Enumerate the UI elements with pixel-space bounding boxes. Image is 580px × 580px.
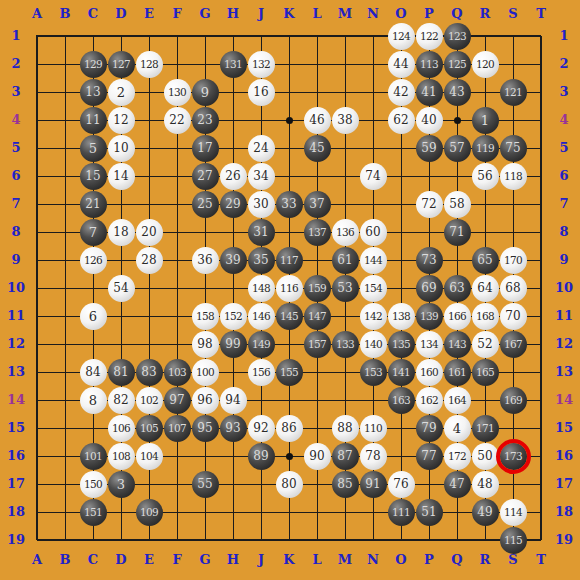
intersection-C14[interactable]: 8	[79, 386, 107, 414]
intersection-N3[interactable]	[359, 78, 387, 106]
intersection-F15[interactable]: 107	[163, 414, 191, 442]
go-board-grid[interactable]: 1241221231291271281311324411312512013213…	[23, 22, 555, 554]
stone-black-163-O14[interactable]: 163	[388, 387, 415, 414]
intersection-J12[interactable]: 149	[247, 330, 275, 358]
stone-black-29-H7[interactable]: 29	[220, 191, 247, 218]
intersection-Q13[interactable]: 161	[443, 358, 471, 386]
intersection-C17[interactable]: 150	[79, 470, 107, 498]
intersection-B3[interactable]	[51, 78, 79, 106]
intersection-E3[interactable]	[135, 78, 163, 106]
intersection-P7[interactable]: 72	[415, 190, 443, 218]
stone-white-34-J6[interactable]: 34	[248, 163, 275, 190]
intersection-N1[interactable]	[359, 22, 387, 50]
stone-white-68-S10[interactable]: 68	[500, 275, 527, 302]
stone-white-136-M8[interactable]: 136	[332, 219, 359, 246]
intersection-J15[interactable]: 92	[247, 414, 275, 442]
stone-white-56-R6[interactable]: 56	[472, 163, 499, 190]
intersection-H6[interactable]: 26	[219, 162, 247, 190]
intersection-S1[interactable]	[499, 22, 527, 50]
stone-black-59-P5[interactable]: 59	[416, 135, 443, 162]
intersection-R5[interactable]: 119	[471, 134, 499, 162]
intersection-D16[interactable]: 108	[107, 442, 135, 470]
stone-white-74-N6[interactable]: 74	[360, 163, 387, 190]
intersection-F7[interactable]	[163, 190, 191, 218]
stone-white-2-D3[interactable]: 2	[108, 79, 135, 106]
intersection-O12[interactable]: 135	[387, 330, 415, 358]
intersection-G3[interactable]: 9	[191, 78, 219, 106]
intersection-F12[interactable]	[163, 330, 191, 358]
stone-black-71-Q8[interactable]: 71	[444, 219, 471, 246]
stone-black-137-L8[interactable]: 137	[304, 219, 331, 246]
stone-black-75-S5[interactable]: 75	[500, 135, 527, 162]
intersection-L17[interactable]	[303, 470, 331, 498]
intersection-E13[interactable]: 83	[135, 358, 163, 386]
intersection-J3[interactable]: 16	[247, 78, 275, 106]
intersection-B15[interactable]	[51, 414, 79, 442]
stone-white-18-D8[interactable]: 18	[108, 219, 135, 246]
intersection-F6[interactable]	[163, 162, 191, 190]
intersection-G16[interactable]	[191, 442, 219, 470]
intersection-E12[interactable]	[135, 330, 163, 358]
stone-black-161-Q13[interactable]: 161	[444, 359, 471, 386]
intersection-C13[interactable]: 84	[79, 358, 107, 386]
stone-black-41-P3[interactable]: 41	[416, 79, 443, 106]
intersection-L6[interactable]	[303, 162, 331, 190]
intersection-O18[interactable]: 111	[387, 498, 415, 526]
intersection-Q11[interactable]: 166	[443, 302, 471, 330]
intersection-E2[interactable]: 128	[135, 50, 163, 78]
intersection-K3[interactable]	[275, 78, 303, 106]
intersection-F13[interactable]: 103	[163, 358, 191, 386]
intersection-S13[interactable]	[499, 358, 527, 386]
intersection-M7[interactable]	[331, 190, 359, 218]
stone-white-118-S6[interactable]: 118	[500, 163, 527, 190]
intersection-C6[interactable]: 15	[79, 162, 107, 190]
intersection-N13[interactable]: 153	[359, 358, 387, 386]
stone-white-58-Q7[interactable]: 58	[444, 191, 471, 218]
intersection-N14[interactable]	[359, 386, 387, 414]
intersection-E1[interactable]	[135, 22, 163, 50]
stone-white-144-N9[interactable]: 144	[360, 247, 387, 274]
stone-white-92-J15[interactable]: 92	[248, 415, 275, 442]
stone-black-27-G6[interactable]: 27	[192, 163, 219, 190]
intersection-C3[interactable]: 13	[79, 78, 107, 106]
intersection-O7[interactable]	[387, 190, 415, 218]
intersection-R17[interactable]: 48	[471, 470, 499, 498]
intersection-E8[interactable]: 20	[135, 218, 163, 246]
intersection-G2[interactable]	[191, 50, 219, 78]
intersection-S16[interactable]: 173	[499, 442, 527, 470]
intersection-R1[interactable]	[471, 22, 499, 50]
stone-white-30-J7[interactable]: 30	[248, 191, 275, 218]
stone-white-128-E2[interactable]: 128	[136, 51, 163, 78]
stone-white-162-P14[interactable]: 162	[416, 387, 443, 414]
intersection-O6[interactable]	[387, 162, 415, 190]
intersection-Q14[interactable]: 164	[443, 386, 471, 414]
intersection-F18[interactable]	[163, 498, 191, 526]
intersection-H12[interactable]: 99	[219, 330, 247, 358]
intersection-E6[interactable]	[135, 162, 163, 190]
intersection-J18[interactable]	[247, 498, 275, 526]
intersection-B14[interactable]	[51, 386, 79, 414]
intersection-H11[interactable]: 152	[219, 302, 247, 330]
intersection-M11[interactable]	[331, 302, 359, 330]
intersection-K5[interactable]	[275, 134, 303, 162]
intersection-H9[interactable]: 39	[219, 246, 247, 274]
stone-black-125-Q2[interactable]: 125	[444, 51, 471, 78]
intersection-K8[interactable]	[275, 218, 303, 246]
intersection-M17[interactable]: 85	[331, 470, 359, 498]
intersection-F16[interactable]	[163, 442, 191, 470]
intersection-K18[interactable]	[275, 498, 303, 526]
stone-white-146-J11[interactable]: 146	[248, 303, 275, 330]
intersection-K16[interactable]	[275, 442, 303, 470]
stone-white-46-L4[interactable]: 46	[304, 107, 331, 134]
stone-white-170-S9[interactable]: 170	[500, 247, 527, 274]
intersection-P16[interactable]: 77	[415, 442, 443, 470]
intersection-R15[interactable]: 171	[471, 414, 499, 442]
intersection-P6[interactable]	[415, 162, 443, 190]
intersection-K6[interactable]	[275, 162, 303, 190]
intersection-B2[interactable]	[51, 50, 79, 78]
stone-black-63-Q10[interactable]: 63	[444, 275, 471, 302]
intersection-L5[interactable]: 45	[303, 134, 331, 162]
intersection-G11[interactable]: 158	[191, 302, 219, 330]
intersection-G18[interactable]	[191, 498, 219, 526]
intersection-D12[interactable]	[107, 330, 135, 358]
stone-white-100-G13[interactable]: 100	[192, 359, 219, 386]
stone-white-78-N16[interactable]: 78	[360, 443, 387, 470]
intersection-M8[interactable]: 136	[331, 218, 359, 246]
intersection-D4[interactable]: 12	[107, 106, 135, 134]
intersection-C16[interactable]: 101	[79, 442, 107, 470]
intersection-F14[interactable]: 97	[163, 386, 191, 414]
intersection-B17[interactable]	[51, 470, 79, 498]
intersection-M9[interactable]: 61	[331, 246, 359, 274]
stone-black-101-C16[interactable]: 101	[80, 443, 107, 470]
intersection-Q15[interactable]: 4	[443, 414, 471, 442]
intersection-E4[interactable]	[135, 106, 163, 134]
stone-white-82-D14[interactable]: 82	[108, 387, 135, 414]
intersection-K13[interactable]: 155	[275, 358, 303, 386]
intersection-Q12[interactable]: 143	[443, 330, 471, 358]
stone-black-3-D17[interactable]: 3	[108, 471, 135, 498]
intersection-L12[interactable]: 157	[303, 330, 331, 358]
intersection-K7[interactable]: 33	[275, 190, 303, 218]
stone-white-24-J5[interactable]: 24	[248, 135, 275, 162]
stone-black-79-P15[interactable]: 79	[416, 415, 443, 442]
stone-white-72-P7[interactable]: 72	[416, 191, 443, 218]
intersection-M18[interactable]	[331, 498, 359, 526]
intersection-H18[interactable]	[219, 498, 247, 526]
stone-black-131-H2[interactable]: 131	[220, 51, 247, 78]
intersection-R13[interactable]: 165	[471, 358, 499, 386]
intersection-K9[interactable]: 117	[275, 246, 303, 274]
intersection-B9[interactable]	[51, 246, 79, 274]
intersection-N2[interactable]	[359, 50, 387, 78]
intersection-S4[interactable]	[499, 106, 527, 134]
stone-white-114-S18[interactable]: 114	[500, 499, 527, 526]
intersection-S7[interactable]	[499, 190, 527, 218]
intersection-R2[interactable]: 120	[471, 50, 499, 78]
intersection-C2[interactable]: 129	[79, 50, 107, 78]
intersection-D8[interactable]: 18	[107, 218, 135, 246]
intersection-N18[interactable]	[359, 498, 387, 526]
intersection-S11[interactable]: 70	[499, 302, 527, 330]
intersection-R4[interactable]: 1	[471, 106, 499, 134]
intersection-O8[interactable]	[387, 218, 415, 246]
intersection-S14[interactable]: 169	[499, 386, 527, 414]
stone-black-89-J16[interactable]: 89	[248, 443, 275, 470]
stone-white-26-H6[interactable]: 26	[220, 163, 247, 190]
intersection-L1[interactable]	[303, 22, 331, 50]
intersection-F4[interactable]: 22	[163, 106, 191, 134]
intersection-R11[interactable]: 168	[471, 302, 499, 330]
intersection-P4[interactable]: 40	[415, 106, 443, 134]
intersection-B12[interactable]	[51, 330, 79, 358]
stone-black-57-Q5[interactable]: 57	[444, 135, 471, 162]
stone-black-151-C18[interactable]: 151	[80, 499, 107, 526]
intersection-L4[interactable]: 46	[303, 106, 331, 134]
stone-white-44-O2[interactable]: 44	[388, 51, 415, 78]
intersection-J9[interactable]: 35	[247, 246, 275, 274]
stone-black-47-Q17[interactable]: 47	[444, 471, 471, 498]
stone-white-166-Q11[interactable]: 166	[444, 303, 471, 330]
stone-white-28-E9[interactable]: 28	[136, 247, 163, 274]
stone-white-88-M15[interactable]: 88	[332, 415, 359, 442]
intersection-E7[interactable]	[135, 190, 163, 218]
intersection-G6[interactable]: 27	[191, 162, 219, 190]
stone-white-86-K15[interactable]: 86	[276, 415, 303, 442]
stone-white-98-G12[interactable]: 98	[192, 331, 219, 358]
intersection-P2[interactable]: 113	[415, 50, 443, 78]
intersection-E5[interactable]	[135, 134, 163, 162]
stone-black-77-P16[interactable]: 77	[416, 443, 443, 470]
intersection-G7[interactable]: 25	[191, 190, 219, 218]
intersection-M15[interactable]: 88	[331, 414, 359, 442]
intersection-B5[interactable]	[51, 134, 79, 162]
stone-black-87-M16[interactable]: 87	[332, 443, 359, 470]
stone-black-165-R13[interactable]: 165	[472, 359, 499, 386]
intersection-K14[interactable]	[275, 386, 303, 414]
stone-white-76-O17[interactable]: 76	[388, 471, 415, 498]
stone-white-94-H14[interactable]: 94	[220, 387, 247, 414]
intersection-J2[interactable]: 132	[247, 50, 275, 78]
intersection-F8[interactable]	[163, 218, 191, 246]
intersection-O17[interactable]: 76	[387, 470, 415, 498]
intersection-D15[interactable]: 106	[107, 414, 135, 442]
intersection-D3[interactable]: 2	[107, 78, 135, 106]
intersection-O5[interactable]	[387, 134, 415, 162]
stone-black-65-R9[interactable]: 65	[472, 247, 499, 274]
intersection-D7[interactable]	[107, 190, 135, 218]
stone-white-20-E8[interactable]: 20	[136, 219, 163, 246]
intersection-E17[interactable]	[135, 470, 163, 498]
stone-white-158-G11[interactable]: 158	[192, 303, 219, 330]
stone-black-143-Q12[interactable]: 143	[444, 331, 471, 358]
intersection-F10[interactable]	[163, 274, 191, 302]
stone-white-142-N11[interactable]: 142	[360, 303, 387, 330]
stone-black-33-K7[interactable]: 33	[276, 191, 303, 218]
intersection-Q4[interactable]	[443, 106, 471, 134]
intersection-C12[interactable]	[79, 330, 107, 358]
stone-black-53-M10[interactable]: 53	[332, 275, 359, 302]
stone-white-16-J3[interactable]: 16	[248, 79, 275, 106]
intersection-H5[interactable]	[219, 134, 247, 162]
stone-white-10-D5[interactable]: 10	[108, 135, 135, 162]
intersection-L3[interactable]	[303, 78, 331, 106]
intersection-R7[interactable]	[471, 190, 499, 218]
intersection-Q10[interactable]: 63	[443, 274, 471, 302]
stone-white-108-D16[interactable]: 108	[108, 443, 135, 470]
intersection-E15[interactable]: 105	[135, 414, 163, 442]
intersection-O10[interactable]	[387, 274, 415, 302]
intersection-G10[interactable]	[191, 274, 219, 302]
intersection-M10[interactable]: 53	[331, 274, 359, 302]
intersection-S12[interactable]: 167	[499, 330, 527, 358]
stone-white-90-L16[interactable]: 90	[304, 443, 331, 470]
intersection-G14[interactable]: 96	[191, 386, 219, 414]
stone-black-91-N17[interactable]: 91	[360, 471, 387, 498]
intersection-Q16[interactable]: 172	[443, 442, 471, 470]
stone-white-124-O1[interactable]: 124	[388, 23, 415, 50]
intersection-M6[interactable]	[331, 162, 359, 190]
intersection-K11[interactable]: 145	[275, 302, 303, 330]
stone-white-138-O11[interactable]: 138	[388, 303, 415, 330]
intersection-K12[interactable]	[275, 330, 303, 358]
stone-white-168-R11[interactable]: 168	[472, 303, 499, 330]
intersection-O11[interactable]: 138	[387, 302, 415, 330]
stone-white-12-D4[interactable]: 12	[108, 107, 135, 134]
stone-black-45-L5[interactable]: 45	[304, 135, 331, 162]
stone-black-169-S14[interactable]: 169	[500, 387, 527, 414]
intersection-Q2[interactable]: 125	[443, 50, 471, 78]
intersection-P9[interactable]: 73	[415, 246, 443, 274]
intersection-C15[interactable]	[79, 414, 107, 442]
intersection-B8[interactable]	[51, 218, 79, 246]
intersection-E11[interactable]	[135, 302, 163, 330]
intersection-Q3[interactable]: 43	[443, 78, 471, 106]
intersection-L18[interactable]	[303, 498, 331, 526]
stone-black-141-O13[interactable]: 141	[388, 359, 415, 386]
intersection-D11[interactable]	[107, 302, 135, 330]
stone-white-122-P1[interactable]: 122	[416, 23, 443, 50]
stone-white-8-C14[interactable]: 8	[80, 387, 107, 414]
stone-black-153-N13[interactable]: 153	[360, 359, 387, 386]
intersection-L15[interactable]	[303, 414, 331, 442]
intersection-N15[interactable]: 110	[359, 414, 387, 442]
intersection-R3[interactable]	[471, 78, 499, 106]
stone-white-80-K17[interactable]: 80	[276, 471, 303, 498]
intersection-S8[interactable]	[499, 218, 527, 246]
stone-black-103-F13[interactable]: 103	[164, 359, 191, 386]
intersection-K17[interactable]: 80	[275, 470, 303, 498]
stone-white-40-P4[interactable]: 40	[416, 107, 443, 134]
intersection-J16[interactable]: 89	[247, 442, 275, 470]
stone-black-55-G17[interactable]: 55	[192, 471, 219, 498]
intersection-P18[interactable]: 51	[415, 498, 443, 526]
stone-black-133-M12[interactable]: 133	[332, 331, 359, 358]
stone-black-39-H9[interactable]: 39	[220, 247, 247, 274]
intersection-S2[interactable]	[499, 50, 527, 78]
intersection-P14[interactable]: 162	[415, 386, 443, 414]
intersection-M3[interactable]	[331, 78, 359, 106]
intersection-N17[interactable]: 91	[359, 470, 387, 498]
stone-white-14-D6[interactable]: 14	[108, 163, 135, 190]
intersection-P11[interactable]: 139	[415, 302, 443, 330]
intersection-O4[interactable]: 62	[387, 106, 415, 134]
stone-black-11-C4[interactable]: 11	[80, 107, 107, 134]
stone-black-155-K13[interactable]: 155	[276, 359, 303, 386]
intersection-N6[interactable]: 74	[359, 162, 387, 190]
intersection-B7[interactable]	[51, 190, 79, 218]
stone-black-95-G15[interactable]: 95	[192, 415, 219, 442]
intersection-P1[interactable]: 122	[415, 22, 443, 50]
stone-white-110-N15[interactable]: 110	[360, 415, 387, 442]
intersection-H2[interactable]: 131	[219, 50, 247, 78]
intersection-P17[interactable]	[415, 470, 443, 498]
stone-black-105-E15[interactable]: 105	[136, 415, 163, 442]
intersection-N16[interactable]: 78	[359, 442, 387, 470]
intersection-K15[interactable]: 86	[275, 414, 303, 442]
stone-black-115-S19[interactable]: 115	[500, 527, 527, 554]
intersection-P8[interactable]	[415, 218, 443, 246]
intersection-C18[interactable]: 151	[79, 498, 107, 526]
intersection-F9[interactable]	[163, 246, 191, 274]
stone-black-37-L7[interactable]: 37	[304, 191, 331, 218]
intersection-G9[interactable]: 36	[191, 246, 219, 274]
intersection-P10[interactable]: 69	[415, 274, 443, 302]
stone-black-117-K9[interactable]: 117	[276, 247, 303, 274]
stone-white-4-Q15[interactable]: 4	[444, 415, 471, 442]
intersection-M1[interactable]	[331, 22, 359, 50]
intersection-G17[interactable]: 55	[191, 470, 219, 498]
stone-black-111-O18[interactable]: 111	[388, 499, 415, 526]
stone-black-167-S12[interactable]: 167	[500, 331, 527, 358]
stone-black-135-O12[interactable]: 135	[388, 331, 415, 358]
intersection-R14[interactable]	[471, 386, 499, 414]
intersection-S5[interactable]: 75	[499, 134, 527, 162]
intersection-O15[interactable]	[387, 414, 415, 442]
stone-black-23-G4[interactable]: 23	[192, 107, 219, 134]
intersection-S18[interactable]: 114	[499, 498, 527, 526]
intersection-D1[interactable]	[107, 22, 135, 50]
intersection-F11[interactable]	[163, 302, 191, 330]
intersection-H7[interactable]: 29	[219, 190, 247, 218]
stone-white-154-N10[interactable]: 154	[360, 275, 387, 302]
stone-black-25-G7[interactable]: 25	[192, 191, 219, 218]
stone-white-70-S11[interactable]: 70	[500, 303, 527, 330]
stone-black-15-C6[interactable]: 15	[80, 163, 107, 190]
intersection-Q5[interactable]: 57	[443, 134, 471, 162]
stone-white-106-D15[interactable]: 106	[108, 415, 135, 442]
stone-white-132-J2[interactable]: 132	[248, 51, 275, 78]
intersection-B11[interactable]	[51, 302, 79, 330]
intersection-D14[interactable]: 82	[107, 386, 135, 414]
stone-white-6-C11[interactable]: 6	[80, 303, 107, 330]
intersection-Q8[interactable]: 71	[443, 218, 471, 246]
stone-white-164-Q14[interactable]: 164	[444, 387, 471, 414]
stone-black-31-J8[interactable]: 31	[248, 219, 275, 246]
intersection-J5[interactable]: 24	[247, 134, 275, 162]
intersection-O13[interactable]: 141	[387, 358, 415, 386]
intersection-R8[interactable]	[471, 218, 499, 246]
stone-white-116-K10[interactable]: 116	[276, 275, 303, 302]
stone-white-60-N8[interactable]: 60	[360, 219, 387, 246]
intersection-P13[interactable]: 160	[415, 358, 443, 386]
stone-black-139-P11[interactable]: 139	[416, 303, 443, 330]
intersection-S9[interactable]: 170	[499, 246, 527, 274]
